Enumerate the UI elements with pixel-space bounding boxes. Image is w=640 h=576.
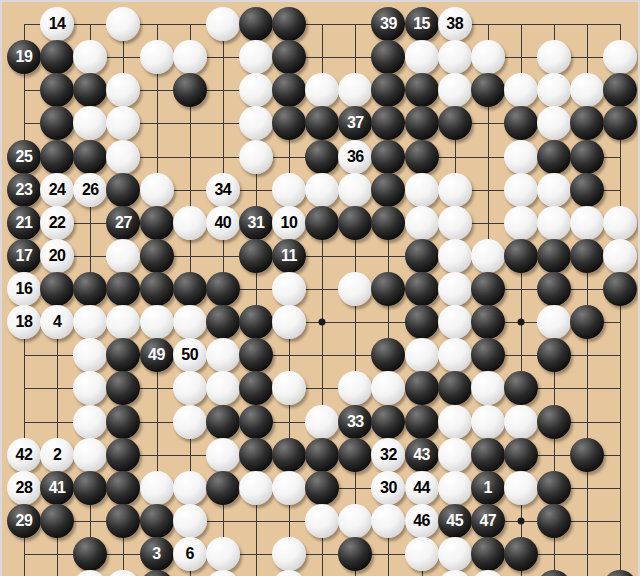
white-stone-13-2 xyxy=(405,40,439,74)
move-number: 41 xyxy=(49,480,66,496)
black-stone-13-4 xyxy=(405,106,439,140)
white-stone-14-1: 38 xyxy=(438,7,472,41)
white-stone-17-4 xyxy=(537,106,571,140)
white-stone-7-6: 34 xyxy=(206,173,240,207)
black-stone-14-16: 45 xyxy=(438,504,472,538)
black-stone-9-3 xyxy=(272,73,306,107)
white-stone-3-2 xyxy=(73,40,107,74)
black-stone-16-12 xyxy=(504,371,538,405)
move-number: 36 xyxy=(347,149,364,165)
black-stone-4-6 xyxy=(106,173,140,207)
white-stone-3-10 xyxy=(73,305,107,339)
white-stone-14-14 xyxy=(438,438,472,472)
black-stone-3-9 xyxy=(73,272,107,306)
black-stone-5-11: 49 xyxy=(140,338,174,372)
move-number: 1 xyxy=(484,480,492,496)
black-stone-13-3 xyxy=(405,73,439,107)
white-stone-3-13 xyxy=(73,405,107,439)
move-number: 29 xyxy=(16,513,33,529)
white-stone-6-11: 50 xyxy=(173,338,207,372)
black-stone-10-4 xyxy=(305,106,339,140)
move-number: 28 xyxy=(16,480,33,496)
black-stone-3-5 xyxy=(73,140,107,174)
black-stone-5-17: 3 xyxy=(140,537,174,571)
move-number: 23 xyxy=(16,182,33,198)
white-stone-16-3 xyxy=(504,73,538,107)
black-stone-19-4 xyxy=(603,106,637,140)
white-stone-13-11 xyxy=(405,338,439,372)
black-stone-4-11 xyxy=(106,338,140,372)
black-stone-1-5: 25 xyxy=(7,140,41,174)
black-stone-17-5 xyxy=(537,140,571,174)
black-stone-12-9 xyxy=(371,272,405,306)
white-stone-13-7 xyxy=(405,206,439,240)
black-stone-15-11 xyxy=(471,338,505,372)
move-number: 4 xyxy=(53,314,61,330)
move-number: 43 xyxy=(413,447,430,463)
black-stone-18-14 xyxy=(570,438,604,472)
black-stone-15-10 xyxy=(471,305,505,339)
white-stone-11-5: 36 xyxy=(338,140,372,174)
white-stone-14-15 xyxy=(438,471,472,505)
black-stone-2-2 xyxy=(40,40,74,74)
black-stone-11-13: 33 xyxy=(338,405,372,439)
white-stone-9-10 xyxy=(272,305,306,339)
white-stone-6-10 xyxy=(173,305,207,339)
go-board: 1439153819372536232426342122274031101720… xyxy=(0,0,640,576)
white-stone-4-5 xyxy=(106,140,140,174)
white-stone-6-16 xyxy=(173,504,207,538)
black-stone-19-18 xyxy=(603,570,637,576)
black-stone-9-2 xyxy=(272,40,306,74)
black-stone-10-15 xyxy=(305,471,339,505)
white-stone-9-6 xyxy=(272,173,306,207)
move-number: 50 xyxy=(181,347,198,363)
move-number: 22 xyxy=(49,215,66,231)
move-number: 45 xyxy=(446,513,463,529)
black-stone-12-5 xyxy=(371,140,405,174)
black-stone-15-14 xyxy=(471,438,505,472)
white-stone-13-6 xyxy=(405,173,439,207)
white-stone-9-17 xyxy=(272,537,306,571)
black-stone-9-1 xyxy=(272,7,306,41)
move-number: 3 xyxy=(152,546,160,562)
move-number: 14 xyxy=(49,16,66,32)
white-stone-3-12 xyxy=(73,371,107,405)
white-stone-17-3 xyxy=(537,73,571,107)
white-stone-17-6 xyxy=(537,173,571,207)
move-number: 20 xyxy=(49,248,66,264)
move-number: 10 xyxy=(281,215,298,231)
black-stone-12-3 xyxy=(371,73,405,107)
white-stone-5-10 xyxy=(140,305,174,339)
white-stone-15-13 xyxy=(471,405,505,439)
white-stone-14-11 xyxy=(438,338,472,372)
black-stone-16-4 xyxy=(504,106,538,140)
move-number: 16 xyxy=(16,281,33,297)
black-stone-8-8 xyxy=(239,239,273,273)
move-number: 32 xyxy=(380,447,397,463)
white-stone-14-18 xyxy=(438,570,472,576)
move-number: 2 xyxy=(53,447,61,463)
move-number: 31 xyxy=(247,215,264,231)
white-stone-8-4 xyxy=(239,106,273,140)
black-stone-4-9 xyxy=(106,272,140,306)
white-stone-11-3 xyxy=(338,73,372,107)
black-stone-14-4 xyxy=(438,106,472,140)
black-stone-1-2: 19 xyxy=(7,40,41,74)
white-stone-5-15 xyxy=(140,471,174,505)
white-stone-2-7: 22 xyxy=(40,206,74,240)
black-stone-7-9 xyxy=(206,272,240,306)
white-stone-18-7 xyxy=(570,206,604,240)
white-stone-11-6 xyxy=(338,173,372,207)
black-stone-14-12 xyxy=(438,371,472,405)
white-stone-13-17 xyxy=(405,537,439,571)
white-stone-8-3 xyxy=(239,73,273,107)
black-stone-7-10 xyxy=(206,305,240,339)
white-stone-4-10 xyxy=(106,305,140,339)
white-stone-1-9: 16 xyxy=(7,272,41,306)
black-stone-8-7: 31 xyxy=(239,206,273,240)
black-stone-2-4 xyxy=(40,106,74,140)
white-stone-7-14 xyxy=(206,438,240,472)
black-stone-19-3 xyxy=(603,73,637,107)
white-stone-14-8 xyxy=(438,239,472,273)
move-number: 34 xyxy=(214,182,231,198)
move-number: 18 xyxy=(16,314,33,330)
white-stone-2-8: 20 xyxy=(40,239,74,273)
black-stone-17-16 xyxy=(537,504,571,538)
white-stone-17-2 xyxy=(537,40,571,74)
move-number: 33 xyxy=(347,414,364,430)
black-stone-7-15 xyxy=(206,471,240,505)
black-stone-18-8 xyxy=(570,239,604,273)
black-stone-4-16 xyxy=(106,504,140,538)
black-stone-17-15 xyxy=(537,471,571,505)
white-stone-4-18 xyxy=(106,570,140,576)
white-stone-9-18 xyxy=(272,570,306,576)
black-stone-3-15 xyxy=(73,471,107,505)
black-stone-10-14 xyxy=(305,438,339,472)
white-stone-1-14: 42 xyxy=(7,438,41,472)
black-stone-13-5 xyxy=(405,140,439,174)
white-stone-14-7 xyxy=(438,206,472,240)
move-number: 6 xyxy=(185,546,193,562)
black-stone-9-8: 11 xyxy=(272,239,306,273)
white-stone-10-13 xyxy=(305,405,339,439)
black-stone-10-7 xyxy=(305,206,339,240)
white-stone-8-5 xyxy=(239,140,273,174)
white-stone-13-15: 44 xyxy=(405,471,439,505)
move-number: 19 xyxy=(16,49,33,65)
star-point xyxy=(518,518,525,525)
white-stone-3-11 xyxy=(73,338,107,372)
black-stone-9-4 xyxy=(272,106,306,140)
move-number: 27 xyxy=(115,215,132,231)
white-stone-2-1: 14 xyxy=(40,7,74,41)
white-stone-7-18 xyxy=(206,570,240,576)
white-stone-11-12 xyxy=(338,371,372,405)
black-stone-4-15 xyxy=(106,471,140,505)
white-stone-17-7 xyxy=(537,206,571,240)
white-stone-12-12 xyxy=(371,371,405,405)
white-stone-5-2 xyxy=(140,40,174,74)
white-stone-1-10: 18 xyxy=(7,305,41,339)
black-stone-4-13 xyxy=(106,405,140,439)
black-stone-4-12 xyxy=(106,371,140,405)
black-stone-13-1: 15 xyxy=(405,7,439,41)
white-stone-7-1 xyxy=(206,7,240,41)
white-stone-4-8 xyxy=(106,239,140,273)
white-stone-5-6 xyxy=(140,173,174,207)
white-stone-14-6 xyxy=(438,173,472,207)
white-stone-3-6: 26 xyxy=(73,173,107,207)
black-stone-12-7 xyxy=(371,206,405,240)
black-stone-18-4 xyxy=(570,106,604,140)
black-stone-13-10 xyxy=(405,305,439,339)
black-stone-18-6 xyxy=(570,173,604,207)
move-number: 42 xyxy=(16,447,33,463)
white-stone-14-2 xyxy=(438,40,472,74)
move-number: 40 xyxy=(214,215,231,231)
move-number: 47 xyxy=(479,513,496,529)
move-number: 21 xyxy=(16,215,33,231)
white-stone-19-2 xyxy=(603,40,637,74)
black-stone-11-17 xyxy=(338,537,372,571)
move-number: 24 xyxy=(49,182,66,198)
black-stone-16-14 xyxy=(504,438,538,472)
white-stone-16-6 xyxy=(504,173,538,207)
black-stone-5-8 xyxy=(140,239,174,273)
white-stone-15-8 xyxy=(471,239,505,273)
black-stone-16-8 xyxy=(504,239,538,273)
white-stone-9-15 xyxy=(272,471,306,505)
white-stone-14-9 xyxy=(438,272,472,306)
black-stone-8-13 xyxy=(239,405,273,439)
black-stone-1-16: 29 xyxy=(7,504,41,538)
white-stone-4-3 xyxy=(106,73,140,107)
black-stone-11-14 xyxy=(338,438,372,472)
black-stone-17-11 xyxy=(537,338,571,372)
black-stone-15-9 xyxy=(471,272,505,306)
black-stone-12-4 xyxy=(371,106,405,140)
black-stone-2-9 xyxy=(40,272,74,306)
white-stone-19-8 xyxy=(603,239,637,273)
white-stone-16-13 xyxy=(504,405,538,439)
white-stone-7-11 xyxy=(206,338,240,372)
white-stone-6-7 xyxy=(173,206,207,240)
black-stone-5-16 xyxy=(140,504,174,538)
black-stone-8-1 xyxy=(239,7,273,41)
black-stone-16-17 xyxy=(504,537,538,571)
white-stone-6-12 xyxy=(173,371,207,405)
white-stone-3-14 xyxy=(73,438,107,472)
white-stone-17-10 xyxy=(537,305,571,339)
black-stone-8-12 xyxy=(239,371,273,405)
white-stone-14-10 xyxy=(438,305,472,339)
black-stone-3-3 xyxy=(73,73,107,107)
black-stone-15-3 xyxy=(471,73,505,107)
move-number: 30 xyxy=(380,480,397,496)
black-stone-17-9 xyxy=(537,272,571,306)
black-stone-5-18 xyxy=(140,570,174,576)
black-stone-8-14 xyxy=(239,438,273,472)
star-point xyxy=(518,319,525,326)
black-stone-7-13 xyxy=(206,405,240,439)
black-stone-13-9 xyxy=(405,272,439,306)
black-stone-3-17 xyxy=(73,537,107,571)
move-number: 37 xyxy=(347,115,364,131)
white-stone-10-3 xyxy=(305,73,339,107)
white-stone-15-2 xyxy=(471,40,505,74)
white-stone-14-3 xyxy=(438,73,472,107)
black-stone-15-16: 47 xyxy=(471,504,505,538)
white-stone-15-12 xyxy=(471,371,505,405)
white-stone-12-16 xyxy=(371,504,405,538)
black-stone-6-3 xyxy=(173,73,207,107)
white-stone-19-7 xyxy=(603,206,637,240)
white-stone-4-1 xyxy=(106,7,140,41)
black-stone-6-9 xyxy=(173,272,207,306)
black-stone-13-14: 43 xyxy=(405,438,439,472)
black-stone-9-14 xyxy=(272,438,306,472)
black-stone-13-8 xyxy=(405,239,439,273)
white-stone-12-14: 32 xyxy=(371,438,405,472)
black-stone-2-5 xyxy=(40,140,74,174)
white-stone-8-2 xyxy=(239,40,273,74)
white-stone-2-14: 2 xyxy=(40,438,74,472)
white-stone-9-9 xyxy=(272,272,306,306)
black-stone-1-6: 23 xyxy=(7,173,41,207)
black-stone-12-2 xyxy=(371,40,405,74)
white-stone-6-2 xyxy=(173,40,207,74)
black-stone-15-17 xyxy=(471,537,505,571)
white-stone-9-12 xyxy=(272,371,306,405)
white-stone-10-6 xyxy=(305,173,339,207)
white-stone-16-15 xyxy=(504,471,538,505)
black-stone-10-5 xyxy=(305,140,339,174)
white-stone-6-15 xyxy=(173,471,207,505)
black-stone-19-9 xyxy=(603,272,637,306)
black-stone-13-13 xyxy=(405,405,439,439)
black-stone-4-14 xyxy=(106,438,140,472)
black-stone-2-3 xyxy=(40,73,74,107)
white-stone-9-7: 10 xyxy=(272,206,306,240)
white-stone-14-13 xyxy=(438,405,472,439)
white-stone-3-18 xyxy=(73,570,107,576)
black-stone-4-7: 27 xyxy=(106,206,140,240)
black-stone-15-15: 1 xyxy=(471,471,505,505)
white-stone-2-6: 24 xyxy=(40,173,74,207)
black-stone-8-11 xyxy=(239,338,273,372)
black-stone-11-4: 37 xyxy=(338,106,372,140)
white-stone-6-13 xyxy=(173,405,207,439)
white-stone-2-10: 4 xyxy=(40,305,74,339)
black-stone-8-10 xyxy=(239,305,273,339)
black-stone-18-10 xyxy=(570,305,604,339)
black-stone-5-7 xyxy=(140,206,174,240)
grid-line-horizontal xyxy=(24,57,620,58)
star-point xyxy=(319,319,326,326)
white-stone-1-15: 28 xyxy=(7,471,41,505)
white-stone-8-15 xyxy=(239,471,273,505)
black-stone-12-11 xyxy=(371,338,405,372)
move-number: 38 xyxy=(446,16,463,32)
black-stone-1-8: 17 xyxy=(7,239,41,273)
white-stone-6-17: 6 xyxy=(173,537,207,571)
white-stone-16-5 xyxy=(504,140,538,174)
white-stone-13-16: 46 xyxy=(405,504,439,538)
black-stone-11-7 xyxy=(338,206,372,240)
move-number: 49 xyxy=(148,347,165,363)
white-stone-11-16 xyxy=(338,504,372,538)
black-stone-17-18 xyxy=(537,570,571,576)
white-stone-7-17 xyxy=(206,537,240,571)
move-number: 17 xyxy=(16,248,33,264)
move-number: 26 xyxy=(82,182,99,198)
move-number: 39 xyxy=(380,16,397,32)
move-number: 25 xyxy=(16,149,33,165)
black-stone-12-1: 39 xyxy=(371,7,405,41)
black-stone-2-15: 41 xyxy=(40,471,74,505)
white-stone-10-16 xyxy=(305,504,339,538)
black-stone-17-8 xyxy=(537,239,571,273)
white-stone-18-3 xyxy=(570,73,604,107)
move-number: 44 xyxy=(413,480,430,496)
black-stone-1-7: 21 xyxy=(7,206,41,240)
move-number: 46 xyxy=(413,513,430,529)
white-stone-7-12 xyxy=(206,371,240,405)
black-stone-5-9 xyxy=(140,272,174,306)
white-stone-11-9 xyxy=(338,272,372,306)
white-stone-4-4 xyxy=(106,106,140,140)
white-stone-7-7: 40 xyxy=(206,206,240,240)
black-stone-12-6 xyxy=(371,173,405,207)
white-stone-16-7 xyxy=(504,206,538,240)
black-stone-2-16 xyxy=(40,504,74,538)
black-stone-18-5 xyxy=(570,140,604,174)
white-stone-3-4 xyxy=(73,106,107,140)
black-stone-12-13 xyxy=(371,405,405,439)
move-number: 11 xyxy=(281,248,297,264)
black-stone-13-12 xyxy=(405,371,439,405)
move-number: 15 xyxy=(413,16,430,32)
white-stone-15-18 xyxy=(471,570,505,576)
white-stone-14-17 xyxy=(438,537,472,571)
white-stone-12-15: 30 xyxy=(371,471,405,505)
black-stone-17-13 xyxy=(537,405,571,439)
